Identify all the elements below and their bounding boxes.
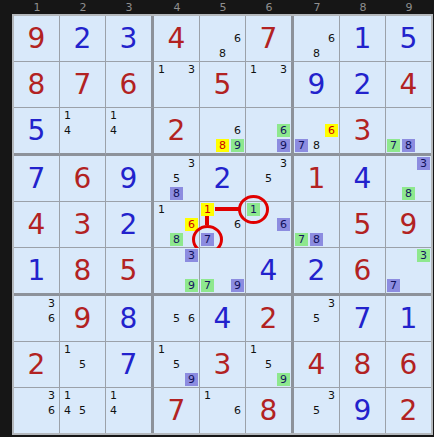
col-label-4: 4	[167, 1, 187, 14]
col-label-7: 7	[307, 1, 327, 14]
candidate-8: 8	[216, 47, 229, 60]
candidates: 78	[294, 202, 339, 247]
candidates: 145	[60, 388, 105, 433]
candidate-8: 8	[216, 139, 229, 152]
cell-E2[interactable]: 3	[60, 202, 106, 248]
candidate-6: 6	[231, 124, 244, 137]
cell-G4[interactable]: 56	[154, 296, 200, 342]
candidate-1: 1	[61, 343, 74, 356]
cell-G7[interactable]: 35	[294, 296, 340, 342]
candidates: 37	[386, 248, 431, 293]
col-label-3: 3	[119, 1, 139, 14]
candidate-9: 9	[231, 139, 244, 152]
cell-J6[interactable]: 8	[246, 388, 294, 433]
candidates: 13	[246, 62, 291, 107]
cell-E8[interactable]: 5	[340, 202, 386, 248]
given-digit: 7	[168, 397, 186, 425]
given-digit: 1	[308, 165, 326, 193]
given-digit: 5	[120, 257, 138, 285]
candidate-5: 5	[76, 358, 89, 371]
candidate-3: 3	[277, 157, 290, 170]
cell-F7[interactable]: 2	[294, 248, 340, 296]
cell-B9[interactable]: 4	[386, 62, 431, 108]
cell-H7[interactable]: 4	[294, 342, 340, 388]
candidate-9: 9	[185, 373, 198, 386]
solved-digit: 1	[400, 305, 418, 333]
candidate-1-circled: 1	[247, 203, 260, 216]
cell-G3[interactable]: 8	[106, 296, 154, 342]
cell-G1[interactable]: 36	[14, 296, 60, 342]
candidate-6: 6	[277, 218, 290, 231]
cell-G2[interactable]: 9	[60, 296, 106, 342]
candidates: 56	[154, 296, 199, 341]
cell-A2[interactable]: 2	[60, 16, 106, 62]
candidate-1: 1	[61, 389, 74, 402]
solved-digit: 4	[354, 165, 372, 193]
given-digit: 8	[74, 257, 92, 285]
candidate-1: 1	[107, 109, 120, 122]
candidate-1: 1	[61, 109, 74, 122]
candidate-6: 6	[325, 32, 338, 45]
col-label-1: 1	[27, 1, 47, 14]
candidate-5: 5	[262, 358, 275, 371]
cell-E1[interactable]: 4	[14, 202, 60, 248]
cell-G9[interactable]: 1	[386, 296, 431, 342]
candidate-7: 7	[387, 279, 400, 292]
candidates: 69	[246, 108, 291, 153]
candidate-1: 1	[155, 203, 168, 216]
candidate-5: 5	[170, 312, 183, 325]
cell-F2[interactable]: 8	[60, 248, 106, 296]
cell-B4[interactable]: 13	[154, 62, 200, 108]
cell-J3[interactable]: 14	[106, 388, 154, 433]
cell-C6[interactable]: 69	[246, 108, 294, 156]
solved-digit: 9	[308, 71, 326, 99]
candidate-1: 1	[247, 63, 260, 76]
candidate-3: 3	[185, 63, 198, 76]
cell-H8[interactable]: 8	[340, 342, 386, 388]
candidates: 35	[294, 388, 339, 433]
given-digit: 3	[354, 117, 372, 145]
cell-F6[interactable]: 4	[246, 248, 294, 296]
candidates: 39	[154, 248, 199, 293]
given-digit: 5	[214, 71, 232, 99]
candidate-6: 6	[45, 404, 58, 417]
given-digit: 6	[120, 71, 138, 99]
cell-J4[interactable]: 7	[154, 388, 200, 433]
candidate-6: 6	[277, 124, 290, 137]
candidates: 35	[294, 296, 339, 341]
candidate-3: 3	[45, 297, 58, 310]
candidate-1: 1	[155, 63, 168, 76]
candidates: 159	[154, 342, 199, 387]
candidate-5: 5	[262, 172, 275, 185]
candidate-6: 6	[231, 32, 244, 45]
cell-A7[interactable]: 68	[294, 16, 340, 62]
candidate-4: 4	[107, 124, 120, 137]
candidate-3: 3	[325, 297, 338, 310]
candidate-4: 4	[107, 404, 120, 417]
given-digit: 9	[74, 305, 92, 333]
given-digit: 4	[168, 25, 186, 53]
cell-D5[interactable]: 2	[200, 156, 246, 202]
candidate-7: 7	[295, 139, 308, 152]
cell-E7[interactable]: 78	[294, 202, 340, 248]
cell-G6[interactable]: 2	[246, 296, 294, 342]
candidates: 16	[200, 388, 245, 433]
candidates: 689	[200, 108, 245, 153]
cell-F5[interactable]: 79	[200, 248, 246, 296]
cell-D9[interactable]: 38	[386, 156, 431, 202]
sudoku-board: 9234687681587613513924514142689696783787…	[12, 14, 433, 435]
candidate-1: 1	[201, 389, 214, 402]
cell-J1[interactable]: 36	[14, 388, 60, 433]
cell-B1[interactable]: 8	[14, 62, 60, 108]
candidate-9: 9	[185, 279, 198, 292]
candidate-3: 3	[417, 249, 430, 262]
cell-D1[interactable]: 7	[14, 156, 60, 202]
candidates: 159	[246, 342, 291, 387]
candidate-1: 1	[247, 343, 260, 356]
given-digit: 6	[354, 257, 372, 285]
given-digit: 9	[28, 25, 46, 53]
candidate-6: 6	[325, 124, 338, 137]
cell-H2[interactable]: 15	[60, 342, 106, 388]
candidate-4: 4	[61, 124, 74, 137]
candidate-8: 8	[310, 233, 323, 246]
given-digit: 3	[214, 351, 232, 379]
cell-J5[interactable]: 16	[200, 388, 246, 433]
cell-C7[interactable]: 678	[294, 108, 340, 156]
candidate-5: 5	[310, 404, 323, 417]
cell-H6[interactable]: 159	[246, 342, 294, 388]
given-digit: 4	[28, 211, 46, 239]
solved-digit: 2	[120, 211, 138, 239]
cell-C2[interactable]: 14	[60, 108, 106, 156]
candidates: 14	[60, 108, 105, 153]
cell-C8[interactable]: 3	[340, 108, 386, 156]
solved-digit: 7	[28, 165, 46, 193]
solved-digit: 1	[28, 257, 46, 285]
cell-B7[interactable]: 9	[294, 62, 340, 108]
cell-A9[interactable]: 5	[386, 16, 431, 62]
cell-B6[interactable]: 13	[246, 62, 294, 108]
cell-E9[interactable]: 9	[386, 202, 431, 248]
given-digit: 6	[74, 165, 92, 193]
solved-digit: 2	[308, 257, 326, 285]
candidate-8: 8	[402, 187, 415, 200]
candidate-9: 9	[277, 139, 290, 152]
candidate-8: 8	[310, 139, 323, 152]
candidates: 68	[294, 16, 339, 61]
cell-G5[interactable]: 4	[200, 296, 246, 342]
candidates: 14	[106, 108, 151, 153]
candidate-6: 6	[45, 312, 58, 325]
candidate-1: 1	[107, 389, 120, 402]
cell-H9[interactable]: 6	[386, 342, 431, 388]
cell-H5[interactable]: 3	[200, 342, 246, 388]
cell-E3[interactable]: 2	[106, 202, 154, 248]
col-label-2: 2	[73, 1, 93, 14]
candidate-6: 6	[231, 404, 244, 417]
cell-F1[interactable]: 1	[14, 248, 60, 296]
cell-D2[interactable]: 6	[60, 156, 106, 202]
candidate-7-circled: 7	[201, 233, 214, 246]
solved-digit: 2	[74, 25, 92, 53]
solved-digit: 7	[354, 305, 372, 333]
given-digit: 9	[400, 211, 418, 239]
solved-digit: 2	[214, 165, 232, 193]
candidates: 36	[14, 388, 59, 433]
cell-F9[interactable]: 37	[386, 248, 431, 296]
cell-J9[interactable]: 2	[386, 388, 431, 433]
candidate-7: 7	[387, 139, 400, 152]
cell-H1[interactable]: 2	[14, 342, 60, 388]
cell-A3[interactable]: 3	[106, 16, 154, 62]
solved-digit: 5	[400, 25, 418, 53]
given-digit: 8	[354, 351, 372, 379]
candidates: 79	[200, 248, 245, 293]
candidate-3: 3	[417, 157, 430, 170]
candidate-8: 8	[402, 139, 415, 152]
cell-F3[interactable]: 5	[106, 248, 154, 296]
candidate-5: 5	[310, 312, 323, 325]
cell-E6[interactable]: 16	[246, 202, 294, 248]
candidates: 36	[14, 296, 59, 341]
given-digit: 8	[260, 397, 278, 425]
cell-C5[interactable]: 689	[200, 108, 246, 156]
cell-A4[interactable]: 4	[154, 16, 200, 62]
cell-H4[interactable]: 159	[154, 342, 200, 388]
cell-B3[interactable]: 6	[106, 62, 154, 108]
cell-F4[interactable]: 39	[154, 248, 200, 296]
col-label-6: 6	[259, 1, 279, 14]
cell-A8[interactable]: 1	[340, 16, 386, 62]
given-digit: 2	[400, 397, 418, 425]
solved-digit: 9	[120, 165, 138, 193]
candidate-5: 5	[76, 404, 89, 417]
candidates: 15	[60, 342, 105, 387]
candidates: 358	[154, 156, 199, 201]
solved-digit: 7	[120, 351, 138, 379]
solved-digit: 8	[120, 305, 138, 333]
candidate-8: 8	[170, 187, 183, 200]
cell-H3[interactable]: 7	[106, 342, 154, 388]
candidate-8: 8	[170, 233, 183, 246]
candidate-9: 9	[277, 373, 290, 386]
candidates: 78	[386, 108, 431, 153]
cell-C4[interactable]: 2	[154, 108, 200, 156]
candidate-4: 4	[61, 404, 74, 417]
cell-D4[interactable]: 358	[154, 156, 200, 202]
candidate-5: 5	[170, 172, 183, 185]
candidate-3: 3	[185, 157, 198, 170]
col-label-8: 8	[353, 1, 373, 14]
candidates: 13	[154, 62, 199, 107]
given-digit: 4	[400, 71, 418, 99]
cell-D8[interactable]: 4	[340, 156, 386, 202]
candidates: 678	[294, 108, 339, 153]
given-digit: 6	[400, 351, 418, 379]
candidates: 38	[386, 156, 431, 201]
candidate-3: 3	[277, 63, 290, 76]
candidates: 16	[246, 202, 291, 247]
sudoku-app: 1 2 3 4 5 6 7 8 9 A B C D E F G H J 9234…	[0, 0, 434, 437]
solved-digit: 5	[28, 117, 46, 145]
given-digit: 5	[354, 211, 372, 239]
cell-F8[interactable]: 6	[340, 248, 386, 296]
cell-B5[interactable]: 5	[200, 62, 246, 108]
candidate-1: 1	[155, 343, 168, 356]
cell-J2[interactable]: 145	[60, 388, 106, 433]
cell-A6[interactable]: 7	[246, 16, 294, 62]
given-digit: 7	[260, 25, 278, 53]
given-digit: 7	[74, 71, 92, 99]
col-label-5: 5	[213, 1, 233, 14]
given-digit: 3	[74, 211, 92, 239]
cell-A5[interactable]: 68	[200, 16, 246, 62]
cell-C9[interactable]: 78	[386, 108, 431, 156]
cell-B8[interactable]: 2	[340, 62, 386, 108]
cell-G8[interactable]: 7	[340, 296, 386, 342]
given-digit: 4	[308, 351, 326, 379]
cell-A1[interactable]: 9	[14, 16, 60, 62]
candidate-3: 3	[185, 249, 198, 262]
candidate-6: 6	[185, 312, 198, 325]
given-digit: 2	[28, 351, 46, 379]
solved-digit: 9	[354, 397, 372, 425]
candidate-9: 9	[231, 279, 244, 292]
solved-digit: 2	[354, 71, 372, 99]
solved-digit: 4	[214, 305, 232, 333]
candidate-1: 1	[201, 203, 214, 216]
chain-link-vertical	[205, 216, 209, 225]
cell-D7[interactable]: 1	[294, 156, 340, 202]
solved-digit: 3	[120, 25, 138, 53]
candidate-8: 8	[310, 47, 323, 60]
candidate-7: 7	[201, 279, 214, 292]
candidate-5: 5	[170, 358, 183, 371]
cell-B2[interactable]: 7	[60, 62, 106, 108]
cell-J8[interactable]: 9	[340, 388, 386, 433]
col-label-9: 9	[399, 1, 419, 14]
candidate-3: 3	[325, 389, 338, 402]
candidates: 14	[106, 388, 151, 433]
candidates: 68	[200, 16, 245, 61]
given-digit: 8	[28, 71, 46, 99]
cell-D3[interactable]: 9	[106, 156, 154, 202]
chain-link-horizontal	[215, 207, 239, 211]
given-digit: 2	[168, 117, 186, 145]
candidate-3: 3	[45, 389, 58, 402]
cell-J7[interactable]: 35	[294, 388, 340, 433]
given-digit: 2	[260, 305, 278, 333]
candidate-7: 7	[295, 233, 308, 246]
solved-digit: 4	[260, 257, 278, 285]
cell-C1[interactable]: 5	[14, 108, 60, 156]
solved-digit: 1	[354, 25, 372, 53]
cell-C3[interactable]: 14	[106, 108, 154, 156]
